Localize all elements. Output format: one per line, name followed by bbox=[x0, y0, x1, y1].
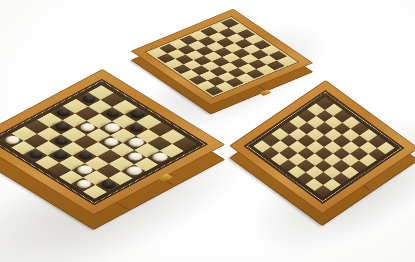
checkers-board-right bbox=[257, 80, 391, 214]
border-band bbox=[243, 90, 404, 204]
checkers-board-left bbox=[8, 52, 188, 232]
board-frame bbox=[229, 80, 415, 214]
product-photo-scene bbox=[0, 0, 415, 262]
